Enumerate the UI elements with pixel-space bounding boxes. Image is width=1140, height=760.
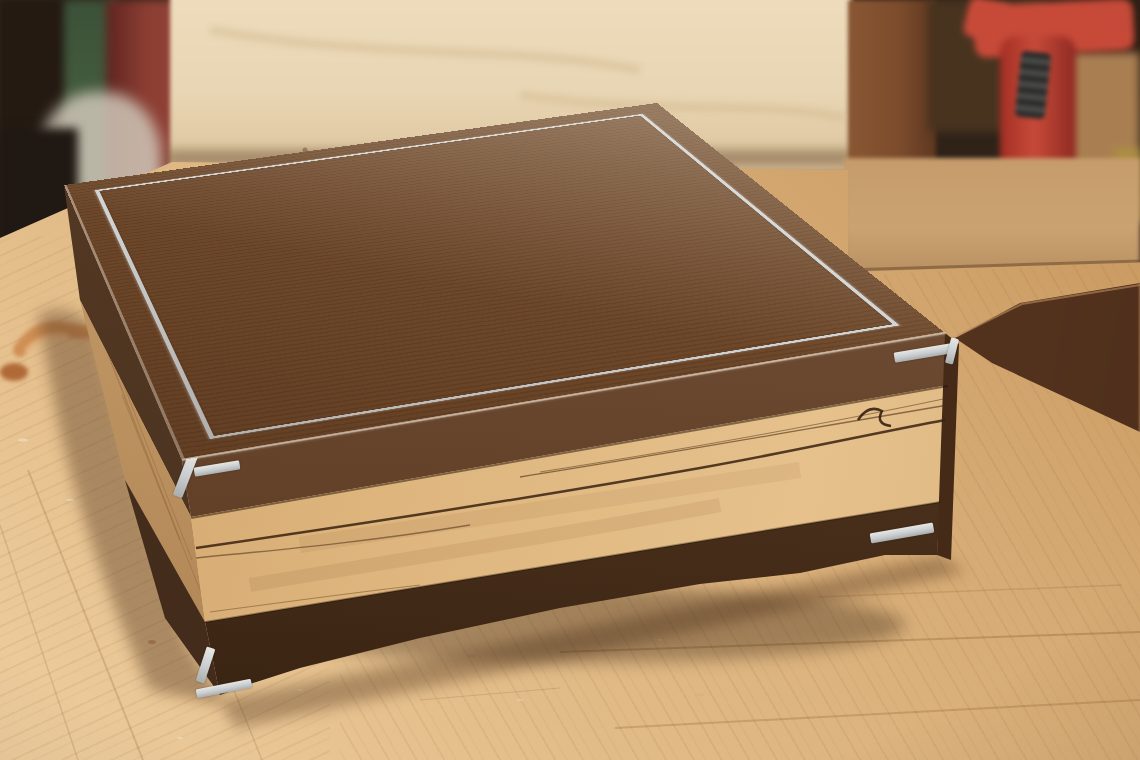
scene: [0, 0, 1140, 760]
vignette-overlay: [0, 0, 1140, 760]
